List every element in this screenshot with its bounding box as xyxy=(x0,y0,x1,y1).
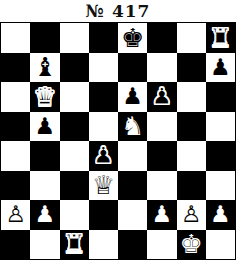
page-title: № 417 xyxy=(0,0,236,22)
board-square-g4[interactable] xyxy=(177,141,206,171)
board-square-c2[interactable] xyxy=(60,200,89,230)
piece-black-rook[interactable]: ♜ xyxy=(209,25,232,51)
board-square-g7[interactable] xyxy=(177,53,206,83)
board-square-h6[interactable] xyxy=(206,82,235,112)
board-square-c3[interactable] xyxy=(60,171,89,201)
board-square-h1[interactable] xyxy=(206,230,235,260)
board-square-c4[interactable] xyxy=(60,141,89,171)
board-square-b5[interactable]: ♟ xyxy=(30,112,59,142)
board-square-c8[interactable] xyxy=(60,23,89,53)
board-square-a3[interactable] xyxy=(1,171,30,201)
board-square-a8[interactable] xyxy=(1,23,30,53)
board-square-e2[interactable] xyxy=(118,200,147,230)
board-square-h5[interactable] xyxy=(206,112,235,142)
board-square-b6[interactable]: ♛ xyxy=(30,82,59,112)
piece-black-queen[interactable]: ♛ xyxy=(33,84,56,110)
piece-white-pawn[interactable]: ♙ xyxy=(5,203,26,226)
chess-board: ♚♜♝♟♛♟♟♟♞♟♕♙♟♟♙♟♜♚ xyxy=(0,22,236,260)
board-square-d8[interactable] xyxy=(89,23,118,53)
board-square-g1[interactable]: ♚ xyxy=(177,230,206,260)
board-square-h8[interactable]: ♜ xyxy=(206,23,235,53)
board-square-c5[interactable] xyxy=(60,112,89,142)
board-square-d1[interactable] xyxy=(89,230,118,260)
board-square-e3[interactable] xyxy=(118,171,147,201)
board-square-g6[interactable] xyxy=(177,82,206,112)
piece-black-pawn[interactable]: ♟ xyxy=(152,85,173,108)
board-square-h3[interactable] xyxy=(206,171,235,201)
piece-white-pawn[interactable]: ♙ xyxy=(181,203,202,226)
board-square-a4[interactable] xyxy=(1,141,30,171)
board-square-b7[interactable]: ♝ xyxy=(30,53,59,83)
board-square-d3[interactable]: ♕ xyxy=(89,171,118,201)
board-square-e1[interactable] xyxy=(118,230,147,260)
board-square-b4[interactable] xyxy=(30,141,59,171)
board-square-a5[interactable] xyxy=(1,112,30,142)
board-square-e6[interactable]: ♟ xyxy=(118,82,147,112)
board-square-g2[interactable]: ♙ xyxy=(177,200,206,230)
piece-white-king[interactable]: ♚ xyxy=(179,231,202,257)
chess-diagram-page: № 417 ♚♜♝♟♛♟♟♟♞♟♕♙♟♟♙♟♜♚ xyxy=(0,0,236,260)
piece-black-pawn[interactable]: ♟ xyxy=(122,85,143,108)
board-square-b1[interactable] xyxy=(30,230,59,260)
board-square-f4[interactable] xyxy=(147,141,176,171)
board-square-d6[interactable] xyxy=(89,82,118,112)
piece-black-pawn[interactable]: ♟ xyxy=(93,144,114,167)
board-square-g3[interactable] xyxy=(177,171,206,201)
board-square-e8[interactable]: ♚ xyxy=(118,23,147,53)
board-square-f7[interactable] xyxy=(147,53,176,83)
board-square-b8[interactable] xyxy=(30,23,59,53)
board-square-h7[interactable]: ♟ xyxy=(206,53,235,83)
piece-black-rook[interactable]: ♜ xyxy=(62,231,85,257)
board-square-c6[interactable] xyxy=(60,82,89,112)
piece-black-pawn[interactable]: ♟ xyxy=(35,115,56,138)
board-square-e5[interactable]: ♞ xyxy=(118,112,147,142)
board-square-e7[interactable] xyxy=(118,53,147,83)
piece-white-pawn[interactable]: ♟ xyxy=(210,203,231,226)
piece-black-king[interactable]: ♚ xyxy=(121,25,144,51)
board-square-a6[interactable] xyxy=(1,82,30,112)
board-square-f6[interactable]: ♟ xyxy=(147,82,176,112)
piece-white-queen[interactable]: ♕ xyxy=(92,172,115,198)
board-square-b2[interactable]: ♟ xyxy=(30,200,59,230)
board-square-f3[interactable] xyxy=(147,171,176,201)
board-square-f8[interactable] xyxy=(147,23,176,53)
board-square-h2[interactable]: ♟ xyxy=(206,200,235,230)
piece-black-bishop[interactable]: ♝ xyxy=(33,54,56,80)
board-square-f2[interactable]: ♟ xyxy=(147,200,176,230)
board-square-d2[interactable] xyxy=(89,200,118,230)
board-square-c7[interactable] xyxy=(60,53,89,83)
board-square-d7[interactable] xyxy=(89,53,118,83)
board-square-f1[interactable] xyxy=(147,230,176,260)
board-square-d4[interactable]: ♟ xyxy=(89,141,118,171)
board-square-b3[interactable] xyxy=(30,171,59,201)
board-square-f5[interactable] xyxy=(147,112,176,142)
piece-white-pawn[interactable]: ♟ xyxy=(152,203,173,226)
board-square-a2[interactable]: ♙ xyxy=(1,200,30,230)
board-square-c1[interactable]: ♜ xyxy=(60,230,89,260)
board-square-h4[interactable] xyxy=(206,141,235,171)
board-square-e4[interactable] xyxy=(118,141,147,171)
board-square-a7[interactable] xyxy=(1,53,30,83)
board-square-d5[interactable] xyxy=(89,112,118,142)
piece-white-pawn[interactable]: ♟ xyxy=(35,203,56,226)
board-square-g5[interactable] xyxy=(177,112,206,142)
board-square-g8[interactable] xyxy=(177,23,206,53)
piece-black-pawn[interactable]: ♟ xyxy=(210,56,231,79)
piece-white-knight[interactable]: ♞ xyxy=(121,113,144,139)
board-square-a1[interactable] xyxy=(1,230,30,260)
